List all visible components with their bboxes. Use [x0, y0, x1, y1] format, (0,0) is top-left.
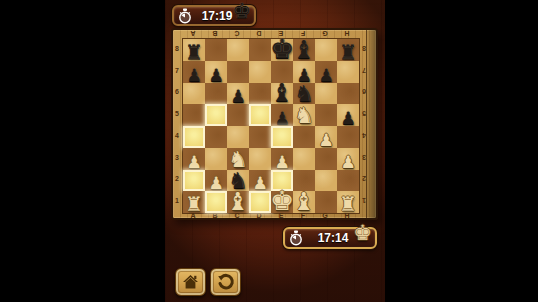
- rank-label-5-left: 5: [171, 110, 183, 117]
- file-label-b-top: B: [209, 30, 221, 37]
- white-bishop-c1[interactable]: ♝: [227, 189, 249, 214]
- square-h1[interactable]: ♜: [337, 191, 359, 213]
- square-f5[interactable]: ♞: [293, 104, 315, 126]
- square-b5[interactable]: [205, 104, 227, 126]
- square-b2[interactable]: ♟: [205, 170, 227, 192]
- square-a5[interactable]: [183, 104, 205, 126]
- square-g7[interactable]: ♟: [315, 61, 337, 83]
- square-c5[interactable]: [227, 104, 249, 126]
- square-g1[interactable]: [315, 191, 337, 213]
- square-h6[interactable]: [337, 83, 359, 105]
- square-b3[interactable]: [205, 148, 227, 170]
- file-label-b-bottom: B: [209, 212, 221, 219]
- black-pawn-h5[interactable]: ♟: [340, 110, 355, 127]
- square-d5[interactable]: [249, 104, 271, 126]
- white-pawn-g4[interactable]: ♟: [318, 132, 333, 149]
- rank-label-1-right: 1: [358, 197, 370, 204]
- square-g3[interactable]: [315, 148, 337, 170]
- file-label-d-top: D: [253, 30, 265, 37]
- rank-label-2-left: 2: [171, 175, 183, 182]
- home-button[interactable]: [175, 268, 206, 296]
- square-h7[interactable]: [337, 61, 359, 83]
- square-a2[interactable]: [183, 170, 205, 192]
- square-e6[interactable]: ♝: [271, 83, 293, 105]
- rank-label-1-left: 1: [171, 197, 183, 204]
- square-c4[interactable]: [227, 126, 249, 148]
- square-f6[interactable]: ♞: [293, 83, 315, 105]
- square-d4[interactable]: [249, 126, 271, 148]
- square-d3[interactable]: [249, 148, 271, 170]
- square-d1[interactable]: [249, 191, 271, 213]
- square-g4[interactable]: ♟: [315, 126, 337, 148]
- square-d2[interactable]: ♟: [249, 170, 271, 192]
- square-f1[interactable]: ♝: [293, 191, 315, 213]
- square-g8[interactable]: [315, 39, 337, 61]
- square-h4[interactable]: [337, 126, 359, 148]
- file-label-d-bottom: D: [253, 212, 265, 219]
- square-c7[interactable]: [227, 61, 249, 83]
- rank-label-7-right: 7: [358, 67, 370, 74]
- chess-board: ♜♚♝♜♟♟♟♟♟♝♞♟♞♟♟♟♞♟♟♟♞♟♜♝♚♝♜ AABBCCDDEEFF…: [171, 28, 378, 220]
- black-king-icon: ♚: [232, 1, 251, 22]
- file-label-g-bottom: G: [319, 212, 331, 219]
- rank-label-5-right: 5: [358, 110, 370, 117]
- square-h3[interactable]: ♟: [337, 148, 359, 170]
- black-timer: 17:19 ♚: [172, 5, 256, 26]
- square-e4[interactable]: [271, 126, 293, 148]
- rank-label-3-left: 3: [171, 154, 183, 161]
- square-h2[interactable]: [337, 170, 359, 192]
- black-bishop-f8[interactable]: ♝: [293, 37, 315, 62]
- square-e8[interactable]: ♚: [271, 39, 293, 61]
- square-c8[interactable]: [227, 39, 249, 61]
- square-e1[interactable]: ♚: [271, 191, 293, 213]
- white-pawn-b2[interactable]: ♟: [208, 175, 223, 192]
- black-bishop-e6[interactable]: ♝: [271, 80, 293, 105]
- square-b1[interactable]: [205, 191, 227, 213]
- square-c6[interactable]: ♟: [227, 83, 249, 105]
- square-g5[interactable]: [315, 104, 337, 126]
- rank-label-6-left: 6: [171, 88, 183, 95]
- square-a1[interactable]: ♜: [183, 191, 205, 213]
- square-e3[interactable]: ♟: [271, 148, 293, 170]
- white-pawn-a3[interactable]: ♟: [186, 154, 201, 171]
- white-king-icon: ♚: [353, 223, 372, 244]
- square-c3[interactable]: ♞: [227, 148, 249, 170]
- square-f7[interactable]: ♟: [293, 61, 315, 83]
- app-screen: 17:19 ♚ ♜♚♝♜♟♟♟♟♟♝♞♟♞♟♟♟♞♟♟♟♞♟♜♝♚♝♜ AABB…: [0, 0, 538, 302]
- black-pawn-c6[interactable]: ♟: [230, 88, 245, 105]
- restart-icon: [217, 273, 235, 291]
- black-rook-h8[interactable]: ♜: [339, 42, 357, 62]
- black-pawn-a7[interactable]: ♟: [186, 67, 201, 84]
- square-h8[interactable]: ♜: [337, 39, 359, 61]
- file-label-g-top: G: [319, 30, 331, 37]
- square-g2[interactable]: [315, 170, 337, 192]
- square-e5[interactable]: ♟: [271, 104, 293, 126]
- square-b4[interactable]: [205, 126, 227, 148]
- white-bishop-f1[interactable]: ♝: [293, 189, 315, 214]
- rank-label-8-right: 8: [358, 45, 370, 52]
- restart-button[interactable]: [210, 268, 241, 296]
- white-pawn-e3[interactable]: ♟: [274, 154, 289, 171]
- square-b8[interactable]: [205, 39, 227, 61]
- white-king-e1[interactable]: ♚: [270, 187, 294, 214]
- rank-label-8-left: 8: [171, 45, 183, 52]
- file-label-a-top: A: [187, 30, 199, 37]
- rank-label-7-left: 7: [171, 67, 183, 74]
- black-rook-a8[interactable]: ♜: [185, 42, 203, 62]
- black-knight-f6[interactable]: ♞: [294, 83, 314, 105]
- square-a4[interactable]: [183, 126, 205, 148]
- rank-label-2-right: 2: [358, 175, 370, 182]
- square-d8[interactable]: [249, 39, 271, 61]
- square-a7[interactable]: ♟: [183, 61, 205, 83]
- file-label-c-top: C: [231, 30, 243, 37]
- black-pawn-e5[interactable]: ♟: [274, 110, 289, 127]
- square-g6[interactable]: [315, 83, 337, 105]
- black-pawn-b7[interactable]: ♟: [208, 67, 223, 84]
- square-d7[interactable]: [249, 61, 271, 83]
- white-rook-h1[interactable]: ♜: [339, 194, 357, 214]
- black-king-e8[interactable]: ♚: [270, 35, 294, 62]
- file-label-h-top: H: [341, 30, 353, 37]
- square-f8[interactable]: ♝: [293, 39, 315, 61]
- square-c1[interactable]: ♝: [227, 191, 249, 213]
- square-f4[interactable]: [293, 126, 315, 148]
- white-pawn-d2[interactable]: ♟: [252, 175, 267, 192]
- stopwatch-icon: [178, 8, 192, 24]
- board-bevel: [366, 30, 376, 218]
- black-pawn-g7[interactable]: ♟: [318, 67, 333, 84]
- rank-label-6-right: 6: [358, 88, 370, 95]
- white-knight-c3[interactable]: ♞: [228, 149, 248, 171]
- rank-label-3-right: 3: [358, 154, 370, 161]
- white-timer: 17:14 ♚: [283, 227, 377, 249]
- rank-label-4-right: 4: [358, 132, 370, 139]
- square-a8[interactable]: ♜: [183, 39, 205, 61]
- white-rook-a1[interactable]: ♜: [185, 194, 203, 214]
- white-pawn-h3[interactable]: ♟: [340, 154, 355, 171]
- board-grid: ♜♚♝♜♟♟♟♟♟♝♞♟♞♟♟♟♞♟♟♟♞♟♜♝♚♝♜: [182, 38, 360, 214]
- stopwatch-icon: [289, 230, 303, 246]
- square-f3[interactable]: [293, 148, 315, 170]
- home-icon: [182, 274, 199, 290]
- white-knight-f5[interactable]: ♞: [294, 105, 314, 127]
- rank-label-4-left: 4: [171, 132, 183, 139]
- square-b7[interactable]: ♟: [205, 61, 227, 83]
- square-h5[interactable]: ♟: [337, 104, 359, 126]
- square-d6[interactable]: [249, 83, 271, 105]
- square-b6[interactable]: [205, 83, 227, 105]
- square-a6[interactable]: [183, 83, 205, 105]
- square-a3[interactable]: ♟: [183, 148, 205, 170]
